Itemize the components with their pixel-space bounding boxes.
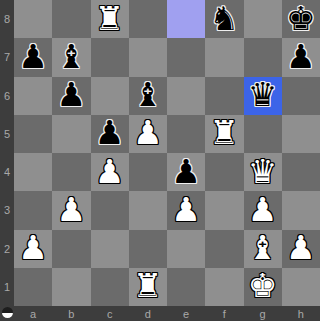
square-b6[interactable]: ♟ — [52, 77, 90, 115]
square-g5[interactable] — [244, 115, 282, 153]
square-g2[interactable]: ♝ — [244, 230, 282, 268]
square-c2[interactable] — [91, 230, 129, 268]
square-g3[interactable]: ♟ — [244, 191, 282, 229]
square-e6[interactable] — [167, 77, 205, 115]
square-b2[interactable] — [52, 230, 90, 268]
square-e4[interactable]: ♟ — [167, 153, 205, 191]
square-a8[interactable] — [14, 0, 52, 38]
piece-white-pawn[interactable]: ♟ — [248, 193, 278, 226]
square-g8[interactable] — [244, 0, 282, 38]
square-a2[interactable]: ♟ — [14, 230, 52, 268]
square-e7[interactable] — [167, 38, 205, 76]
square-d1[interactable]: ♜ — [129, 268, 167, 306]
rank-label-7: 7 — [0, 38, 14, 76]
square-g6[interactable]: ♛ — [244, 77, 282, 115]
square-h6[interactable] — [282, 77, 320, 115]
square-d2[interactable] — [129, 230, 167, 268]
square-h4[interactable] — [282, 153, 320, 191]
piece-white-pawn[interactable]: ♟ — [18, 231, 48, 264]
square-d5[interactable]: ♟ — [129, 115, 167, 153]
square-b5[interactable] — [52, 115, 90, 153]
rank-labels: 87654321 — [0, 0, 14, 306]
piece-black-pawn[interactable]: ♟ — [286, 40, 316, 73]
square-d4[interactable] — [129, 153, 167, 191]
piece-black-pawn[interactable]: ♟ — [95, 116, 125, 149]
square-a1[interactable] — [14, 268, 52, 306]
square-f8[interactable]: ♞ — [205, 0, 243, 38]
square-h1[interactable] — [282, 268, 320, 306]
square-b3[interactable]: ♟ — [52, 191, 90, 229]
piece-white-pawn[interactable]: ♟ — [95, 155, 125, 188]
square-f2[interactable] — [205, 230, 243, 268]
piece-white-king[interactable]: ♚ — [248, 269, 278, 302]
file-label-g: g — [244, 306, 282, 321]
square-e1[interactable] — [167, 268, 205, 306]
square-c7[interactable] — [91, 38, 129, 76]
piece-black-knight[interactable]: ♞ — [210, 2, 240, 35]
square-d7[interactable] — [129, 38, 167, 76]
piece-white-rook[interactable]: ♜ — [210, 116, 240, 149]
chess-board[interactable]: ♜♞♚♟♝♟♟♝♛♟♟♜♟♟♛♟♟♟♟♝♟♜♚ — [14, 0, 320, 306]
file-labels: abcdefgh — [14, 306, 320, 321]
square-d6[interactable]: ♝ — [129, 77, 167, 115]
piece-white-bishop[interactable]: ♝ — [248, 231, 278, 264]
square-a6[interactable] — [14, 77, 52, 115]
file-label-f: f — [205, 306, 243, 321]
rank-label-3: 3 — [0, 191, 14, 229]
square-a7[interactable]: ♟ — [14, 38, 52, 76]
square-b4[interactable] — [52, 153, 90, 191]
square-c4[interactable]: ♟ — [91, 153, 129, 191]
square-a4[interactable] — [14, 153, 52, 191]
square-g7[interactable] — [244, 38, 282, 76]
file-label-d: d — [129, 306, 167, 321]
square-e3[interactable]: ♟ — [167, 191, 205, 229]
square-c6[interactable] — [91, 77, 129, 115]
square-f7[interactable] — [205, 38, 243, 76]
piece-white-pawn[interactable]: ♟ — [133, 116, 163, 149]
square-h8[interactable]: ♚ — [282, 0, 320, 38]
square-e2[interactable] — [167, 230, 205, 268]
file-label-e: e — [167, 306, 205, 321]
file-label-a: a — [14, 306, 52, 321]
square-g4[interactable]: ♛ — [244, 153, 282, 191]
square-c3[interactable] — [91, 191, 129, 229]
piece-black-bishop[interactable]: ♝ — [133, 78, 163, 111]
board-frame: 87654321 ♜♞♚♟♝♟♟♝♛♟♟♜♟♟♛♟♟♟♟♝♟♜♚ abcdefg… — [0, 0, 320, 321]
piece-black-king[interactable]: ♚ — [286, 2, 316, 35]
square-b8[interactable] — [52, 0, 90, 38]
piece-white-pawn[interactable]: ♟ — [286, 231, 316, 264]
rank-label-2: 2 — [0, 230, 14, 268]
square-h7[interactable]: ♟ — [282, 38, 320, 76]
piece-white-queen[interactable]: ♛ — [248, 155, 278, 188]
square-b1[interactable] — [52, 268, 90, 306]
file-label-b: b — [52, 306, 90, 321]
piece-black-pawn[interactable]: ♟ — [18, 40, 48, 73]
rank-label-8: 8 — [0, 0, 14, 38]
square-d8[interactable] — [129, 0, 167, 38]
square-c8[interactable]: ♜ — [91, 0, 129, 38]
rank-label-6: 6 — [0, 77, 14, 115]
piece-white-rook[interactable]: ♜ — [95, 2, 125, 35]
square-a5[interactable] — [14, 115, 52, 153]
piece-white-pawn[interactable]: ♟ — [171, 193, 201, 226]
square-d3[interactable] — [129, 191, 167, 229]
file-label-c: c — [91, 306, 129, 321]
square-f3[interactable] — [205, 191, 243, 229]
rank-label-4: 4 — [0, 153, 14, 191]
piece-white-pawn[interactable]: ♟ — [57, 193, 87, 226]
rank-label-1: 1 — [0, 268, 14, 306]
piece-white-rook[interactable]: ♜ — [133, 269, 163, 302]
square-c5[interactable]: ♟ — [91, 115, 129, 153]
rank-label-5: 5 — [0, 115, 14, 153]
square-c1[interactable] — [91, 268, 129, 306]
square-g1[interactable]: ♚ — [244, 268, 282, 306]
square-f1[interactable] — [205, 268, 243, 306]
square-b7[interactable]: ♝ — [52, 38, 90, 76]
white-to-move-indicator — [2, 307, 13, 318]
piece-black-queen[interactable]: ♛ — [248, 78, 278, 111]
square-h3[interactable] — [282, 191, 320, 229]
piece-black-bishop[interactable]: ♝ — [57, 40, 87, 73]
square-h2[interactable]: ♟ — [282, 230, 320, 268]
piece-black-pawn[interactable]: ♟ — [171, 155, 201, 188]
square-e8[interactable] — [167, 0, 205, 38]
square-e5[interactable] — [167, 115, 205, 153]
square-f5[interactable]: ♜ — [205, 115, 243, 153]
square-f6[interactable] — [205, 77, 243, 115]
square-f4[interactable] — [205, 153, 243, 191]
square-a3[interactable] — [14, 191, 52, 229]
piece-black-pawn[interactable]: ♟ — [57, 78, 87, 111]
file-label-h: h — [282, 306, 320, 321]
square-h5[interactable] — [282, 115, 320, 153]
